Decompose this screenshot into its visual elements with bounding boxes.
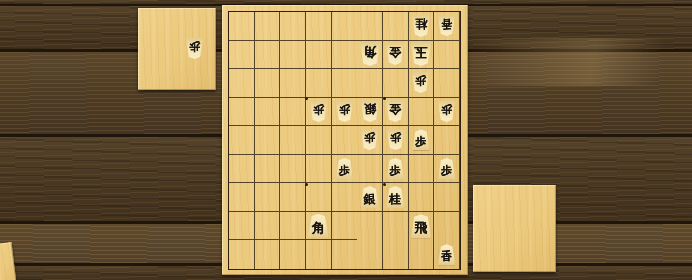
- board-cell-9e[interactable]: [229, 126, 255, 155]
- board-cell-7i[interactable]: [280, 240, 306, 269]
- piece-sente-knight[interactable]: 桂: [386, 186, 404, 208]
- board-cell-6a[interactable]: [306, 12, 332, 41]
- board-cell-1i[interactable]: 香: [434, 240, 460, 269]
- board-cell-5f[interactable]: 歩: [332, 155, 358, 184]
- board-cell-2d[interactable]: [409, 98, 435, 127]
- board-cell-8a[interactable]: [255, 12, 281, 41]
- board-cell-3g[interactable]: 桂: [383, 183, 409, 212]
- board-cell-3e[interactable]: 歩: [383, 126, 409, 155]
- board-cell-8d[interactable]: [255, 98, 281, 127]
- board-cell-9h[interactable]: [229, 212, 255, 241]
- board-cell-6c[interactable]: [306, 69, 332, 98]
- board-cell-2a[interactable]: 桂: [409, 12, 435, 41]
- hand-piece-gote-pawn[interactable]: 歩: [186, 38, 203, 59]
- board-cell-6d[interactable]: 歩: [306, 98, 332, 127]
- board-cell-4d[interactable]: 銀: [357, 98, 383, 127]
- piece-gote-bishop[interactable]: 角: [360, 42, 380, 66]
- board-cell-1g[interactable]: [434, 183, 460, 212]
- board-cell-2i[interactable]: [409, 240, 435, 269]
- piece-gote-knight[interactable]: 桂: [412, 15, 430, 37]
- piece-sente-pawn[interactable]: 歩: [438, 158, 455, 179]
- piece-gote-pawn[interactable]: 歩: [412, 72, 429, 93]
- board-cell-2c[interactable]: 歩: [409, 69, 435, 98]
- board-cell-2f[interactable]: [409, 155, 435, 184]
- board-cell-4g[interactable]: 銀: [357, 183, 383, 212]
- board-cell-7d[interactable]: [280, 98, 306, 127]
- piece-sente-rook[interactable]: 飛: [411, 214, 431, 238]
- gote-komadai: 歩: [138, 8, 216, 90]
- board-cell-7e[interactable]: [280, 126, 306, 155]
- board-cell-5g[interactable]: [332, 183, 358, 212]
- board-cell-7b[interactable]: [280, 41, 306, 70]
- board-cell-9g[interactable]: [229, 183, 255, 212]
- board-cell-3c[interactable]: [383, 69, 409, 98]
- board-cell-8g[interactable]: [255, 183, 281, 212]
- board-cell-8c[interactable]: [255, 69, 281, 98]
- piece-gote-pawn[interactable]: 歩: [387, 129, 404, 150]
- board-cell-1h[interactable]: [434, 212, 460, 241]
- board-cell-4i[interactable]: [357, 240, 383, 269]
- board-cell-4c[interactable]: [357, 69, 383, 98]
- board-cell-8h[interactable]: [255, 212, 281, 241]
- board-cell-7h[interactable]: [280, 212, 306, 241]
- board-cell-2e[interactable]: 歩: [409, 126, 435, 155]
- board-cell-7a[interactable]: [280, 12, 306, 41]
- board-grid: 桂香角金玉歩歩歩銀金歩歩歩歩歩歩歩銀桂角飛香: [228, 11, 461, 270]
- board-cell-1b[interactable]: [434, 41, 460, 70]
- board-cell-7f[interactable]: [280, 155, 306, 184]
- board-cell-7g[interactable]: [280, 183, 306, 212]
- piece-sente-pawn[interactable]: 歩: [412, 129, 429, 150]
- board-cell-5e[interactable]: [332, 126, 358, 155]
- piece-sente-lance[interactable]: 香: [438, 244, 455, 265]
- board-cell-3f[interactable]: 歩: [383, 155, 409, 184]
- board-cell-6e[interactable]: [306, 126, 332, 155]
- board-cell-1c[interactable]: [434, 69, 460, 98]
- piece-gote-pawn[interactable]: 歩: [310, 101, 327, 122]
- board-cell-2g[interactable]: [409, 183, 435, 212]
- board-cell-2h[interactable]: 飛: [409, 212, 435, 241]
- board-cell-1f[interactable]: 歩: [434, 155, 460, 184]
- table-background: 歩 桂香角金玉歩歩歩銀金歩歩歩歩歩歩歩銀桂角飛香: [0, 0, 692, 280]
- board-cell-6f[interactable]: [306, 155, 332, 184]
- board-cell-4b[interactable]: 角: [357, 41, 383, 70]
- board-cell-9d[interactable]: [229, 98, 255, 127]
- board-cell-4a[interactable]: [357, 12, 383, 41]
- piece-gote-pawn[interactable]: 歩: [438, 101, 455, 122]
- board-cell-9i[interactable]: [229, 240, 255, 269]
- board-cell-8b[interactable]: [255, 41, 281, 70]
- piece-sente-pawn[interactable]: 歩: [336, 158, 353, 179]
- sente-komadai: [473, 185, 556, 272]
- board-cell-1d[interactable]: 歩: [434, 98, 460, 127]
- board-cell-6b[interactable]: [306, 41, 332, 70]
- board-cell-5c[interactable]: [332, 69, 358, 98]
- board-cell-6g[interactable]: [306, 183, 332, 212]
- wood-grain-highlight: [470, 38, 692, 86]
- piece-sente-silver[interactable]: 銀: [361, 186, 379, 208]
- board-cell-5b[interactable]: [332, 41, 358, 70]
- board-cell-9c[interactable]: [229, 69, 255, 98]
- piece-gote-gold[interactable]: 金: [386, 43, 404, 65]
- board-cell-3a[interactable]: [383, 12, 409, 41]
- piece-sente-pawn[interactable]: 歩: [387, 158, 404, 179]
- board-cell-3i[interactable]: [383, 240, 409, 269]
- piece-gote-pawn[interactable]: 歩: [336, 101, 353, 122]
- board-cell-2b[interactable]: 玉: [409, 41, 435, 70]
- piece-gote-king[interactable]: 玉: [411, 42, 431, 66]
- piece-gote-lance[interactable]: 香: [438, 15, 455, 36]
- piece-gote-pawn[interactable]: 歩: [361, 129, 378, 150]
- board-cell-9f[interactable]: [229, 155, 255, 184]
- piece-gote-silver[interactable]: 銀: [361, 100, 379, 122]
- board-cell-9b[interactable]: [229, 41, 255, 70]
- board-cell-5i[interactable]: [332, 240, 358, 269]
- piece-sente-bishop[interactable]: 角: [308, 214, 328, 238]
- piece-gote-gold[interactable]: 金: [386, 100, 404, 122]
- board-cell-1a[interactable]: 香: [434, 12, 460, 41]
- board-cell-6h[interactable]: 角: [306, 212, 332, 241]
- board-cell-5a[interactable]: [332, 12, 358, 41]
- board-cell-5h[interactable]: [332, 212, 358, 241]
- board-cell-8i[interactable]: [255, 240, 281, 269]
- board-cell-7c[interactable]: [280, 69, 306, 98]
- board-cell-6i[interactable]: [306, 240, 332, 269]
- board-cell-5d[interactable]: 歩: [332, 98, 358, 127]
- board-cell-4e[interactable]: 歩: [357, 126, 383, 155]
- shogi-board: 桂香角金玉歩歩歩銀金歩歩歩歩歩歩歩銀桂角飛香: [222, 5, 468, 275]
- board-cell-9a[interactable]: [229, 12, 255, 41]
- board-cell-8f[interactable]: [255, 155, 281, 184]
- board-cell-3b[interactable]: 金: [383, 41, 409, 70]
- board-cell-4h[interactable]: [357, 212, 383, 241]
- board-cell-3d[interactable]: 金: [383, 98, 409, 127]
- board-cell-8e[interactable]: [255, 126, 281, 155]
- board-cell-3h[interactable]: [383, 212, 409, 241]
- board-cell-1e[interactable]: [434, 126, 460, 155]
- board-cell-4f[interactable]: [357, 155, 383, 184]
